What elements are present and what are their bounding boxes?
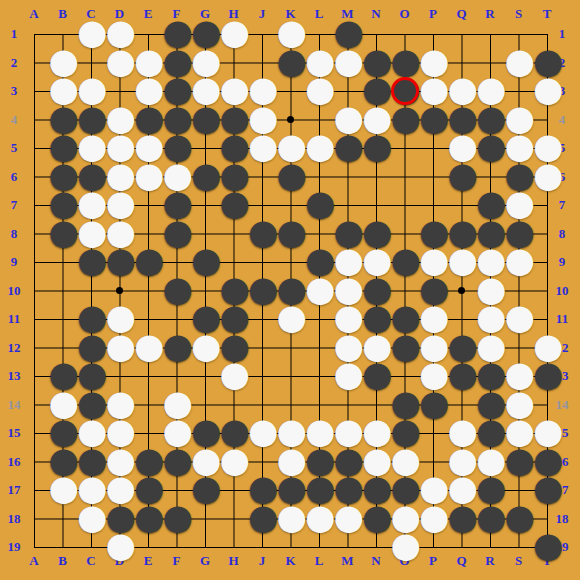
white-stone-Q9: ● [448,248,476,276]
black-stone-B8: ● [49,220,77,248]
col-label-T: T [535,6,559,22]
row-label-17: 17 [2,482,26,498]
col-label-G: G [193,553,217,569]
row-label-6: 6 [2,169,26,185]
col-label-B: B [51,553,75,569]
row-label-15: 15 [2,425,26,441]
col-label-C: C [79,553,103,569]
white-stone-K11: ● [277,305,305,333]
col-label-E: E [136,6,160,22]
black-stone-F12: ● [163,334,191,362]
black-stone-F18: ● [163,505,191,533]
row-label-18: 18 [2,511,26,527]
col-label-S: S [507,6,531,22]
white-stone-D19: ● [106,533,134,561]
row-label-4: 4 [2,112,26,128]
black-stone-O9: ● [391,248,419,276]
col-label-F: F [165,553,189,569]
star-point-D10 [116,287,123,294]
col-label-M: M [336,553,360,569]
white-stone-M2: ● [334,49,362,77]
col-label-N: N [364,6,388,22]
black-stone-D9: ● [106,248,134,276]
white-stone-T3: ● [533,77,561,105]
black-stone-F8: ● [163,220,191,248]
col-label-Q: Q [450,553,474,569]
white-stone-H16: ● [220,448,248,476]
black-stone-T17: ● [533,476,561,504]
white-stone-D12: ● [106,334,134,362]
black-stone-T19: ● [533,533,561,561]
row-label-9: 9 [550,254,574,270]
black-stone-F16: ● [163,448,191,476]
black-stone-O4: ● [391,106,419,134]
row-label-11: 11 [550,311,574,327]
black-stone-P14: ● [419,391,447,419]
black-stone-Q6: ● [448,163,476,191]
row-label-1: 1 [550,26,574,42]
col-label-S: S [507,553,531,569]
white-stone-T6: ● [533,163,561,191]
col-label-R: R [478,6,502,22]
row-label-10: 10 [2,283,26,299]
col-label-Q: Q [450,6,474,22]
col-label-N: N [364,553,388,569]
row-label-7: 7 [550,197,574,213]
black-stone-T13: ● [533,362,561,390]
white-stone-O19: ● [391,533,419,561]
black-stone-H7: ● [220,191,248,219]
col-label-J: J [250,553,274,569]
white-stone-S9: ● [505,248,533,276]
black-stone-J10: ● [248,277,276,305]
row-label-8: 8 [2,226,26,242]
row-label-19: 19 [2,539,26,555]
white-stone-C18: ● [77,505,105,533]
black-stone-R5: ● [476,134,504,162]
white-stone-B17: ● [49,476,77,504]
row-label-16: 16 [2,454,26,470]
col-label-A: A [22,6,46,22]
black-stone-E18: ● [134,505,162,533]
black-stone-G6: ● [191,163,219,191]
row-label-3: 3 [2,83,26,99]
black-stone-M5: ● [334,134,362,162]
white-stone-M18: ● [334,505,362,533]
black-stone-J8: ● [248,220,276,248]
white-stone-L3: ● [305,77,333,105]
black-stone-O12: ● [391,334,419,362]
black-stone-N5: ● [362,134,390,162]
col-label-H: H [222,553,246,569]
white-stone-D2: ● [106,49,134,77]
black-stone-K6: ● [277,163,305,191]
star-point-K4 [287,116,294,123]
white-stone-L5: ● [305,134,333,162]
col-label-K: K [279,553,303,569]
white-stone-J15: ● [248,419,276,447]
black-stone-G9: ● [191,248,219,276]
black-stone-Q13: ● [448,362,476,390]
row-label-10: 10 [550,283,574,299]
col-label-R: R [478,553,502,569]
col-label-B: B [51,6,75,22]
row-label-9: 9 [2,254,26,270]
black-stone-K2: ● [277,49,305,77]
black-stone-S16: ● [505,448,533,476]
white-stone-S2: ● [505,49,533,77]
white-stone-C1: ● [77,20,105,48]
white-stone-H13: ● [220,362,248,390]
col-label-E: E [136,553,160,569]
white-stone-M13: ● [334,362,362,390]
white-stone-J5: ● [248,134,276,162]
white-stone-K18: ● [277,505,305,533]
star-point-Q10 [458,287,465,294]
white-stone-E12: ● [134,334,162,362]
row-label-13: 13 [2,368,26,384]
row-label-11: 11 [2,311,26,327]
black-stone-J18: ● [248,505,276,533]
white-stone-P18: ● [419,505,447,533]
col-label-L: L [307,6,331,22]
row-label-1: 1 [2,26,26,42]
black-stone-F10: ● [163,277,191,305]
white-stone-H1: ● [220,20,248,48]
row-label-2: 2 [2,55,26,71]
col-label-A: A [22,553,46,569]
black-stone-Q18: ● [448,505,476,533]
black-stone-N18: ● [362,505,390,533]
black-stone-L7: ● [305,191,333,219]
white-stone-L18: ● [305,505,333,533]
row-label-12: 12 [2,340,26,356]
black-stone-N13: ● [362,362,390,390]
last-move-marker [391,77,419,105]
white-stone-L10: ● [305,277,333,305]
go-board[interactable]: AABBCCDDEEFFGGHHJJKKLLMMNNOOPPQQRRSSTT11… [0,0,580,580]
col-label-O: O [393,6,417,22]
black-stone-K8: ● [277,220,305,248]
row-label-7: 7 [2,197,26,213]
col-label-L: L [307,553,331,569]
col-label-P: P [421,6,445,22]
black-stone-S18: ● [505,505,533,533]
row-label-8: 8 [550,226,574,242]
white-stone-E6: ● [134,163,162,191]
row-label-5: 5 [2,140,26,156]
row-label-14: 14 [2,397,26,413]
black-stone-G17: ● [191,476,219,504]
black-stone-P4: ● [419,106,447,134]
black-stone-G4: ● [191,106,219,134]
col-label-J: J [250,6,274,22]
white-stone-S11: ● [505,305,533,333]
black-stone-E9: ● [134,248,162,276]
black-stone-R18: ● [476,505,504,533]
black-stone-C9: ● [77,248,105,276]
col-label-P: P [421,553,445,569]
white-stone-G12: ● [191,334,219,362]
